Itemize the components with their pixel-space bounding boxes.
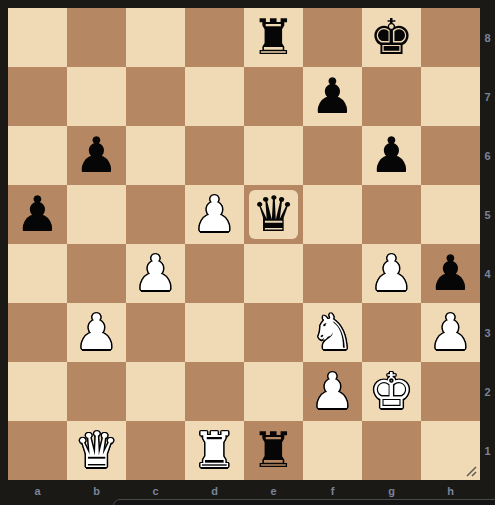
square-b3[interactable]: ♟ xyxy=(67,303,126,362)
piece-black-rook[interactable]: ♜ xyxy=(244,8,303,67)
piece-white-pawn[interactable]: ♟ xyxy=(126,244,185,303)
square-c7[interactable] xyxy=(126,67,185,126)
square-a5[interactable]: ♟ xyxy=(8,185,67,244)
square-a1[interactable] xyxy=(8,421,67,480)
square-c2[interactable] xyxy=(126,362,185,421)
square-c5[interactable] xyxy=(126,185,185,244)
square-d1[interactable]: ♜ xyxy=(185,421,244,480)
square-b1[interactable]: ♛ xyxy=(67,421,126,480)
piece-white-queen[interactable]: ♛ xyxy=(67,421,126,480)
square-f6[interactable] xyxy=(303,126,362,185)
square-c4[interactable]: ♟ xyxy=(126,244,185,303)
square-e3[interactable] xyxy=(244,303,303,362)
piece-black-pawn[interactable]: ♟ xyxy=(421,244,480,303)
piece-black-queen[interactable]: ♛ xyxy=(244,185,303,244)
file-label-e: e xyxy=(244,481,303,500)
square-e8[interactable]: ♜ xyxy=(244,8,303,67)
bottom-textbox-top-edge[interactable] xyxy=(113,499,495,505)
square-g6[interactable]: ♟ xyxy=(362,126,421,185)
square-e4[interactable] xyxy=(244,244,303,303)
square-g5[interactable] xyxy=(362,185,421,244)
file-label-h: h xyxy=(421,481,480,500)
piece-white-king[interactable]: ♚ xyxy=(362,362,421,421)
square-d3[interactable] xyxy=(185,303,244,362)
square-f5[interactable] xyxy=(303,185,362,244)
file-label-d: d xyxy=(185,481,244,500)
piece-white-rook[interactable]: ♜ xyxy=(185,421,244,480)
square-h3[interactable]: ♟ xyxy=(421,303,480,362)
board-resize-handle-icon[interactable] xyxy=(465,465,478,478)
square-c1[interactable] xyxy=(126,421,185,480)
square-h6[interactable] xyxy=(421,126,480,185)
chess-board: ♜♚♟♟♟♟♟♛♟♟♟♟♞♟♟♚♛♜♜ xyxy=(8,8,480,480)
square-b7[interactable] xyxy=(67,67,126,126)
rank-label-2: 2 xyxy=(480,362,495,421)
square-a4[interactable] xyxy=(8,244,67,303)
square-a8[interactable] xyxy=(8,8,67,67)
square-e6[interactable] xyxy=(244,126,303,185)
square-d4[interactable] xyxy=(185,244,244,303)
square-c3[interactable] xyxy=(126,303,185,362)
square-b4[interactable] xyxy=(67,244,126,303)
file-label-g: g xyxy=(362,481,421,500)
square-g4[interactable]: ♟ xyxy=(362,244,421,303)
piece-black-king[interactable]: ♚ xyxy=(362,8,421,67)
square-f4[interactable] xyxy=(303,244,362,303)
piece-white-pawn[interactable]: ♟ xyxy=(303,362,362,421)
piece-black-pawn[interactable]: ♟ xyxy=(8,185,67,244)
square-d2[interactable] xyxy=(185,362,244,421)
square-h8[interactable] xyxy=(421,8,480,67)
piece-white-pawn[interactable]: ♟ xyxy=(185,185,244,244)
square-a2[interactable] xyxy=(8,362,67,421)
square-b8[interactable] xyxy=(67,8,126,67)
square-c8[interactable] xyxy=(126,8,185,67)
file-coordinates: abcdefgh xyxy=(8,481,480,500)
rank-label-6: 6 xyxy=(480,126,495,185)
square-a6[interactable] xyxy=(8,126,67,185)
square-h1[interactable] xyxy=(421,421,480,480)
file-label-f: f xyxy=(303,481,362,500)
square-d7[interactable] xyxy=(185,67,244,126)
square-f1[interactable] xyxy=(303,421,362,480)
piece-black-pawn[interactable]: ♟ xyxy=(362,126,421,185)
square-d6[interactable] xyxy=(185,126,244,185)
square-d8[interactable] xyxy=(185,8,244,67)
square-h7[interactable] xyxy=(421,67,480,126)
square-g1[interactable] xyxy=(362,421,421,480)
piece-white-pawn[interactable]: ♟ xyxy=(362,244,421,303)
square-b2[interactable] xyxy=(67,362,126,421)
square-c6[interactable] xyxy=(126,126,185,185)
piece-white-knight[interactable]: ♞ xyxy=(303,303,362,362)
square-e5[interactable]: ♛ xyxy=(244,185,303,244)
square-e7[interactable] xyxy=(244,67,303,126)
rank-label-7: 7 xyxy=(480,67,495,126)
square-b5[interactable] xyxy=(67,185,126,244)
piece-black-pawn[interactable]: ♟ xyxy=(67,126,126,185)
square-b6[interactable]: ♟ xyxy=(67,126,126,185)
square-a7[interactable] xyxy=(8,67,67,126)
square-f7[interactable]: ♟ xyxy=(303,67,362,126)
rank-label-4: 4 xyxy=(480,244,495,303)
square-g7[interactable] xyxy=(362,67,421,126)
square-g2[interactable]: ♚ xyxy=(362,362,421,421)
square-d5[interactable]: ♟ xyxy=(185,185,244,244)
square-h2[interactable] xyxy=(421,362,480,421)
rank-label-1: 1 xyxy=(480,421,495,480)
piece-black-pawn[interactable]: ♟ xyxy=(303,67,362,126)
square-f3[interactable]: ♞ xyxy=(303,303,362,362)
file-label-c: c xyxy=(126,481,185,500)
square-f2[interactable]: ♟ xyxy=(303,362,362,421)
square-a3[interactable] xyxy=(8,303,67,362)
rank-label-3: 3 xyxy=(480,303,495,362)
square-g8[interactable]: ♚ xyxy=(362,8,421,67)
square-h5[interactable] xyxy=(421,185,480,244)
rank-label-8: 8 xyxy=(480,8,495,67)
piece-white-pawn[interactable]: ♟ xyxy=(421,303,480,362)
square-e1[interactable]: ♜ xyxy=(244,421,303,480)
piece-white-pawn[interactable]: ♟ xyxy=(67,303,126,362)
square-h4[interactable]: ♟ xyxy=(421,244,480,303)
rank-coordinates: 87654321 xyxy=(480,8,495,480)
square-g3[interactable] xyxy=(362,303,421,362)
file-label-a: a xyxy=(8,481,67,500)
square-e2[interactable] xyxy=(244,362,303,421)
file-label-b: b xyxy=(67,481,126,500)
square-f8[interactable] xyxy=(303,8,362,67)
piece-black-rook[interactable]: ♜ xyxy=(244,421,303,480)
rank-label-5: 5 xyxy=(480,185,495,244)
